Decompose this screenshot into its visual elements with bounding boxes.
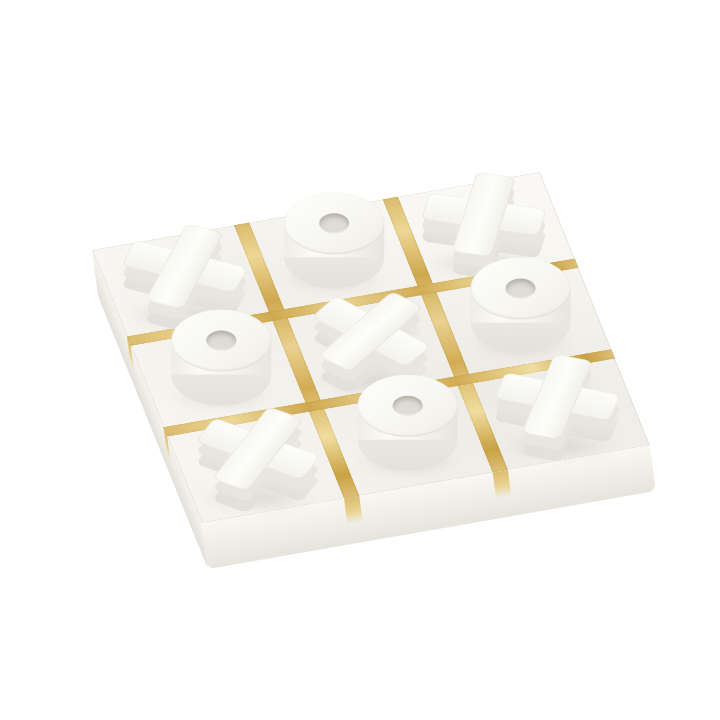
x-piece[interactable]: ✕ [495, 335, 619, 459]
o-piece-hole [319, 213, 349, 233]
gold-inlay-edge-wrap [344, 496, 363, 525]
gold-inlay-edge-wrap [493, 470, 512, 499]
x-piece[interactable]: ✕ [196, 387, 320, 511]
o-piece-hole [207, 331, 237, 351]
product-photo-stage: ✕ ◯ ✕ ◯ ✕ ◯ ✕ ◯ ✕ [0, 0, 720, 720]
o-piece-top [470, 258, 570, 320]
o-piece-hole [505, 279, 535, 299]
o-piece-hole [393, 396, 423, 416]
o-piece-top [358, 375, 458, 437]
x-piece-top [410, 164, 557, 264]
o-piece-top [172, 310, 272, 372]
o-piece-top [284, 192, 384, 254]
o-piece[interactable]: ◯ [358, 375, 458, 471]
